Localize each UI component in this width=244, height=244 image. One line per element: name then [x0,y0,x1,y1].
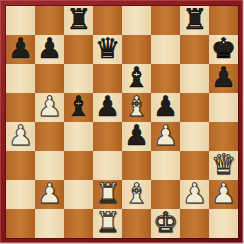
square-c6[interactable] [64,64,93,93]
piece-white-pawn[interactable]: ♟ [182,179,207,208]
square-g3[interactable] [180,151,209,180]
square-b5[interactable]: ♟ [35,93,64,122]
square-d8[interactable] [93,6,122,35]
chess-diagram: ♜♜♟♟♛♚♝♟♟♝♟♝♟♟♟♟♛♟♜♝♟♟♜♚ [0,0,244,244]
square-c1[interactable] [64,209,93,238]
square-a3[interactable] [6,151,35,180]
square-a5[interactable] [6,93,35,122]
square-d5[interactable]: ♟ [93,93,122,122]
square-h2[interactable]: ♟ [209,180,238,209]
square-g4[interactable] [180,122,209,151]
piece-black-rook[interactable]: ♜ [66,5,91,34]
square-g1[interactable] [180,209,209,238]
square-b1[interactable] [35,209,64,238]
piece-black-pawn[interactable]: ♟ [95,92,120,121]
piece-black-rook[interactable]: ♜ [182,5,207,34]
square-g5[interactable] [180,93,209,122]
square-b7[interactable]: ♟ [35,35,64,64]
piece-white-bishop[interactable]: ♝ [124,92,149,121]
piece-white-pawn[interactable]: ♟ [8,121,33,150]
piece-black-pawn[interactable]: ♟ [124,121,149,150]
piece-white-king[interactable]: ♚ [153,208,178,237]
square-c8[interactable]: ♜ [64,6,93,35]
piece-black-bishop[interactable]: ♝ [124,63,149,92]
piece-black-king[interactable]: ♚ [211,34,236,63]
piece-black-pawn[interactable]: ♟ [8,34,33,63]
square-e4[interactable]: ♟ [122,122,151,151]
piece-white-pawn[interactable]: ♟ [153,121,178,150]
square-e7[interactable] [122,35,151,64]
square-b2[interactable]: ♟ [35,180,64,209]
board-frame: ♜♜♟♟♛♚♝♟♟♝♟♝♟♟♟♟♛♟♜♝♟♟♜♚ [0,0,243,243]
square-f6[interactable] [151,64,180,93]
square-b6[interactable] [35,64,64,93]
piece-white-rook[interactable]: ♜ [95,179,120,208]
square-c2[interactable] [64,180,93,209]
square-h5[interactable] [209,93,238,122]
square-e5[interactable]: ♝ [122,93,151,122]
square-h6[interactable]: ♟ [209,64,238,93]
piece-white-rook[interactable]: ♜ [95,208,120,237]
square-b8[interactable] [35,6,64,35]
square-a1[interactable] [6,209,35,238]
square-d3[interactable] [93,151,122,180]
square-f3[interactable] [151,151,180,180]
square-a2[interactable] [6,180,35,209]
square-f4[interactable]: ♟ [151,122,180,151]
square-a8[interactable] [6,6,35,35]
square-e6[interactable]: ♝ [122,64,151,93]
square-d4[interactable] [93,122,122,151]
square-d6[interactable] [93,64,122,93]
piece-white-bishop[interactable]: ♝ [124,179,149,208]
square-b4[interactable] [35,122,64,151]
piece-black-pawn[interactable]: ♟ [153,92,178,121]
square-e2[interactable]: ♝ [122,180,151,209]
square-d7[interactable]: ♛ [93,35,122,64]
square-h8[interactable] [209,6,238,35]
square-a7[interactable]: ♟ [6,35,35,64]
square-g8[interactable]: ♜ [180,6,209,35]
square-d2[interactable]: ♜ [93,180,122,209]
piece-white-queen[interactable]: ♛ [211,150,236,179]
piece-black-bishop[interactable]: ♝ [66,92,91,121]
square-b3[interactable] [35,151,64,180]
square-c7[interactable] [64,35,93,64]
piece-white-pawn[interactable]: ♟ [37,92,62,121]
piece-white-pawn[interactable]: ♟ [37,179,62,208]
square-a6[interactable] [6,64,35,93]
chess-board[interactable]: ♜♜♟♟♛♚♝♟♟♝♟♝♟♟♟♟♛♟♜♝♟♟♜♚ [6,6,238,238]
square-a4[interactable]: ♟ [6,122,35,151]
square-f2[interactable] [151,180,180,209]
square-h4[interactable] [209,122,238,151]
square-g7[interactable] [180,35,209,64]
square-f8[interactable] [151,6,180,35]
piece-white-pawn[interactable]: ♟ [211,179,236,208]
piece-black-pawn[interactable]: ♟ [37,34,62,63]
square-f5[interactable]: ♟ [151,93,180,122]
piece-black-pawn[interactable]: ♟ [211,63,236,92]
square-g6[interactable] [180,64,209,93]
square-e3[interactable] [122,151,151,180]
square-f7[interactable] [151,35,180,64]
square-c3[interactable] [64,151,93,180]
square-g2[interactable]: ♟ [180,180,209,209]
square-c4[interactable] [64,122,93,151]
square-h1[interactable] [209,209,238,238]
square-f1[interactable]: ♚ [151,209,180,238]
square-h7[interactable]: ♚ [209,35,238,64]
piece-black-queen[interactable]: ♛ [95,34,120,63]
square-h3[interactable]: ♛ [209,151,238,180]
square-d1[interactable]: ♜ [93,209,122,238]
square-e8[interactable] [122,6,151,35]
square-e1[interactable] [122,209,151,238]
square-c5[interactable]: ♝ [64,93,93,122]
